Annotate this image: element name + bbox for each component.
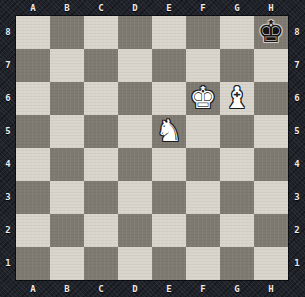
square-g8[interactable] [220,16,254,49]
square-g2[interactable] [220,214,254,247]
chess-board: ♚♚♝♞ [16,16,288,280]
square-h2[interactable] [254,214,288,247]
square-f5[interactable] [186,115,220,148]
square-c3[interactable] [84,181,118,214]
square-d8[interactable] [118,16,152,49]
square-d2[interactable] [118,214,152,247]
square-f1[interactable] [186,247,220,280]
rank-label-left-1: 1 [0,247,16,280]
square-b1[interactable] [50,247,84,280]
square-h7[interactable] [254,49,288,82]
file-label-top-B: B [50,0,84,16]
square-f8[interactable] [186,16,220,49]
file-label-top-D: D [118,0,152,16]
chess-app-window: ♚♚♝♞ AABBCCDDEEFFGGHH8877665544332211 [0,0,305,297]
square-h6[interactable] [254,82,288,115]
piece-white-king[interactable]: ♚ [190,83,217,113]
square-d7[interactable] [118,49,152,82]
square-e8[interactable] [152,16,186,49]
rank-label-right-7: 7 [289,49,305,82]
file-label-top-H: H [254,0,288,16]
rank-label-left-5: 5 [0,115,16,148]
square-g7[interactable] [220,49,254,82]
square-d5[interactable] [118,115,152,148]
square-d4[interactable] [118,148,152,181]
square-g5[interactable] [220,115,254,148]
square-e7[interactable] [152,49,186,82]
piece-white-knight[interactable]: ♞ [156,116,183,146]
square-h3[interactable] [254,181,288,214]
square-b4[interactable] [50,148,84,181]
piece-white-bishop[interactable]: ♝ [224,83,251,113]
square-f3[interactable] [186,181,220,214]
square-b8[interactable] [50,16,84,49]
file-label-bottom-A: A [16,281,50,297]
file-label-top-F: F [186,0,220,16]
square-f6[interactable]: ♚ [186,82,220,115]
square-c7[interactable] [84,49,118,82]
square-b3[interactable] [50,181,84,214]
square-a4[interactable] [16,148,50,181]
rank-label-right-8: 8 [289,16,305,49]
rank-label-right-1: 1 [289,247,305,280]
square-a5[interactable] [16,115,50,148]
square-f7[interactable] [186,49,220,82]
square-c1[interactable] [84,247,118,280]
square-e4[interactable] [152,148,186,181]
square-e6[interactable] [152,82,186,115]
piece-black-king[interactable]: ♚ [258,17,285,47]
file-label-top-C: C [84,0,118,16]
file-label-bottom-D: D [118,281,152,297]
square-f4[interactable] [186,148,220,181]
square-a6[interactable] [16,82,50,115]
square-h5[interactable] [254,115,288,148]
square-e3[interactable] [152,181,186,214]
square-a7[interactable] [16,49,50,82]
rank-label-left-7: 7 [0,49,16,82]
square-g6[interactable]: ♝ [220,82,254,115]
rank-label-left-3: 3 [0,181,16,214]
square-e1[interactable] [152,247,186,280]
square-e5[interactable]: ♞ [152,115,186,148]
square-b5[interactable] [50,115,84,148]
square-b6[interactable] [50,82,84,115]
square-b7[interactable] [50,49,84,82]
square-c4[interactable] [84,148,118,181]
square-c6[interactable] [84,82,118,115]
square-c2[interactable] [84,214,118,247]
rank-label-left-8: 8 [0,16,16,49]
rank-label-left-2: 2 [0,214,16,247]
square-a1[interactable] [16,247,50,280]
file-label-top-E: E [152,0,186,16]
file-label-bottom-E: E [152,281,186,297]
square-b2[interactable] [50,214,84,247]
square-g3[interactable] [220,181,254,214]
file-label-bottom-G: G [220,281,254,297]
file-label-bottom-H: H [254,281,288,297]
square-h1[interactable] [254,247,288,280]
square-g4[interactable] [220,148,254,181]
square-c8[interactable] [84,16,118,49]
square-h8[interactable]: ♚ [254,16,288,49]
square-h4[interactable] [254,148,288,181]
square-f2[interactable] [186,214,220,247]
square-a3[interactable] [16,181,50,214]
file-label-top-A: A [16,0,50,16]
rank-label-right-2: 2 [289,214,305,247]
file-label-bottom-F: F [186,281,220,297]
square-c5[interactable] [84,115,118,148]
file-label-bottom-C: C [84,281,118,297]
square-d1[interactable] [118,247,152,280]
file-label-top-G: G [220,0,254,16]
square-g1[interactable] [220,247,254,280]
rank-label-right-4: 4 [289,148,305,181]
file-label-bottom-B: B [50,281,84,297]
square-d6[interactable] [118,82,152,115]
rank-label-left-4: 4 [0,148,16,181]
square-a8[interactable] [16,16,50,49]
square-d3[interactable] [118,181,152,214]
rank-label-right-5: 5 [289,115,305,148]
square-a2[interactable] [16,214,50,247]
rank-label-left-6: 6 [0,82,16,115]
rank-label-right-3: 3 [289,181,305,214]
square-e2[interactable] [152,214,186,247]
rank-label-right-6: 6 [289,82,305,115]
